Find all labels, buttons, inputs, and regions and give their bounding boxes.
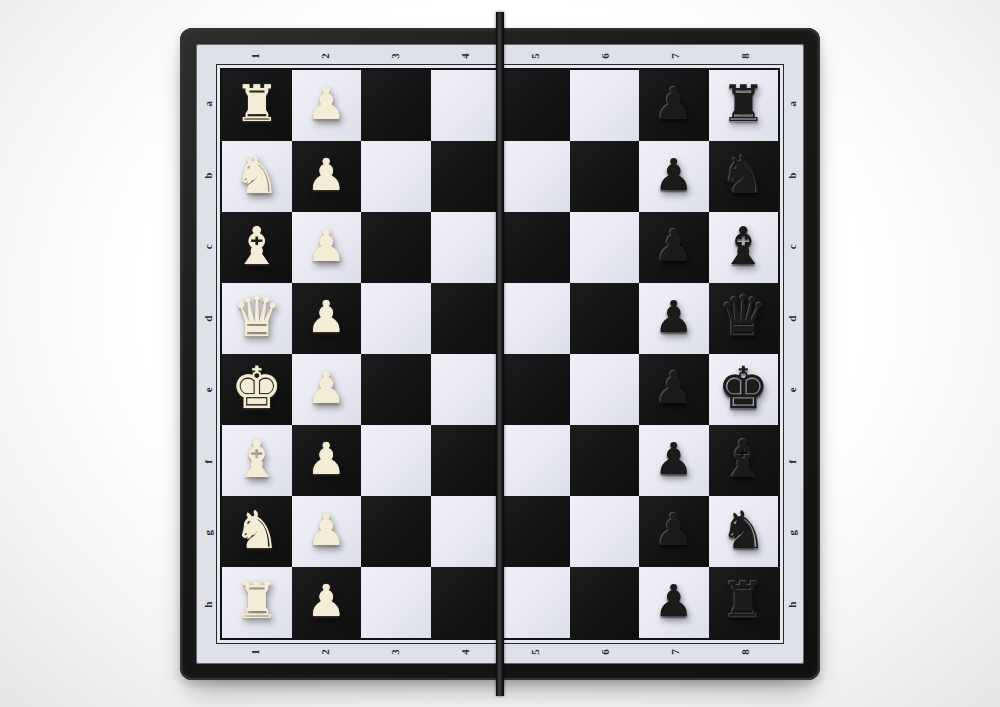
square-c3 (361, 212, 431, 283)
square-c4 (431, 212, 501, 283)
coord-bottom-5: 5 (523, 617, 547, 687)
square-b7: ♟ (639, 141, 709, 212)
piece-black-pawn: ♟ (654, 366, 693, 410)
piece-white-pawn: ♟ (307, 82, 346, 126)
square-f7: ♟ (639, 425, 709, 496)
square-e5 (500, 354, 570, 425)
chessboard: 12345678 12345678 abcdefgh abcdefgh ♜♟♟♜… (180, 28, 820, 680)
piece-white-bishop: ♝ (233, 432, 280, 484)
square-g3 (361, 496, 431, 567)
square-b4 (431, 141, 501, 212)
square-g5 (500, 496, 570, 567)
square-f4 (431, 425, 501, 496)
square-g4 (431, 496, 501, 567)
square-e8: ♚ (709, 354, 779, 425)
piece-black-pawn: ♟ (654, 579, 693, 623)
piece-white-pawn: ♟ (307, 295, 346, 339)
square-f6 (570, 425, 640, 496)
square-f5 (500, 425, 570, 496)
coord-right-a: a (756, 92, 828, 116)
piece-black-knight: ♞ (720, 503, 767, 555)
coord-right-f: f (756, 449, 828, 473)
square-e6 (570, 354, 640, 425)
coord-top-4: 4 (453, 21, 477, 91)
piece-black-pawn: ♟ (654, 437, 693, 481)
square-d5 (500, 283, 570, 354)
piece-white-queen: ♛ (232, 288, 282, 344)
coord-bottom-2: 2 (313, 617, 337, 687)
square-a2: ♟ (292, 70, 362, 141)
piece-white-rook: ♜ (234, 79, 279, 129)
square-e1: ♚ (222, 354, 292, 425)
piece-black-bishop: ♝ (720, 219, 767, 271)
coord-top-5: 5 (523, 21, 547, 91)
piece-white-pawn: ♟ (307, 224, 346, 268)
piece-black-pawn: ♟ (654, 224, 693, 268)
piece-black-king: ♚ (717, 358, 769, 416)
file-labels-left: abcdefgh (196, 68, 220, 640)
piece-white-pawn: ♟ (307, 508, 346, 552)
product-photo-scene: 12345678 12345678 abcdefgh abcdefgh ♜♟♟♜… (0, 0, 1000, 707)
square-d4 (431, 283, 501, 354)
coord-right-b: b (756, 163, 828, 187)
coord-bottom-4: 4 (453, 617, 477, 687)
piece-white-rook: ♜ (234, 576, 279, 626)
square-d8: ♛ (709, 283, 779, 354)
square-c5 (500, 212, 570, 283)
square-d7: ♟ (639, 283, 709, 354)
coord-left-h: h (172, 592, 244, 616)
square-e4 (431, 354, 501, 425)
square-c2: ♟ (292, 212, 362, 283)
square-c6 (570, 212, 640, 283)
piece-white-bishop: ♝ (233, 219, 280, 271)
coord-top-3: 3 (383, 21, 407, 91)
square-d3 (361, 283, 431, 354)
square-a7: ♟ (639, 70, 709, 141)
file-labels-right: abcdefgh (780, 68, 804, 640)
piece-black-knight: ♞ (720, 148, 767, 200)
square-c7: ♟ (639, 212, 709, 283)
piece-white-knight: ♞ (233, 503, 280, 555)
square-g7: ♟ (639, 496, 709, 567)
piece-black-pawn: ♟ (654, 508, 693, 552)
square-e2: ♟ (292, 354, 362, 425)
coord-right-g: g (756, 521, 828, 545)
piece-white-pawn: ♟ (307, 153, 346, 197)
coord-bottom-3: 3 (383, 617, 407, 687)
piece-white-pawn: ♟ (307, 579, 346, 623)
coord-bottom-7: 7 (663, 617, 687, 687)
coord-right-h: h (756, 592, 828, 616)
coord-left-a: a (172, 92, 244, 116)
square-d6 (570, 283, 640, 354)
coord-top-6: 6 (593, 21, 617, 91)
piece-black-pawn: ♟ (654, 82, 693, 126)
square-b3 (361, 141, 431, 212)
piece-black-bishop: ♝ (720, 432, 767, 484)
square-d1: ♛ (222, 283, 292, 354)
square-g2: ♟ (292, 496, 362, 567)
square-b6 (570, 141, 640, 212)
square-d2: ♟ (292, 283, 362, 354)
square-g6 (570, 496, 640, 567)
square-f3 (361, 425, 431, 496)
piece-black-rook: ♜ (721, 79, 766, 129)
piece-white-pawn: ♟ (307, 437, 346, 481)
square-e3 (361, 354, 431, 425)
piece-white-king: ♚ (231, 358, 283, 416)
square-b2: ♟ (292, 141, 362, 212)
square-f2: ♟ (292, 425, 362, 496)
square-b5 (500, 141, 570, 212)
piece-black-queen: ♛ (718, 288, 768, 344)
piece-black-pawn: ♟ (654, 153, 693, 197)
piece-white-knight: ♞ (233, 148, 280, 200)
coord-bottom-6: 6 (593, 617, 617, 687)
fold-hinge-seam (496, 12, 504, 696)
coord-right-c: c (756, 235, 828, 259)
piece-black-rook: ♜ (721, 576, 766, 626)
piece-black-pawn: ♟ (654, 295, 693, 339)
square-e7: ♟ (639, 354, 709, 425)
piece-white-pawn: ♟ (307, 366, 346, 410)
